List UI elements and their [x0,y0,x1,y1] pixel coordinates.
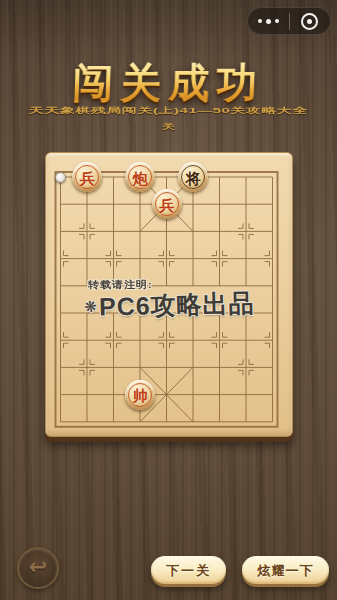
piece-label: 帅 [133,388,148,403]
xiangqi-board[interactable]: 兵炮将兵帅 [45,152,293,437]
piece-炮-red[interactable]: 炮 [125,162,155,192]
return-arrow-icon: ↩ [29,554,47,580]
page-title: 闯关成功 [0,56,337,111]
app-screen: 闯关成功 天天象棋残局闯关(上)41—50关攻略大全 关 兵炮将兵帅 转载请注明… [0,0,337,600]
pieces-layer: 兵炮将兵帅 [46,153,292,436]
piece-label: 炮 [133,170,148,185]
piece-帅-red[interactable]: 帅 [125,380,155,410]
piece-将-black[interactable]: 将 [178,162,208,192]
piece-兵-red[interactable]: 兵 [152,189,182,219]
subtitle-decorative: 天天象棋残局闯关(上)41—50关攻略大全 [0,106,337,116]
more-menu-button[interactable] [248,8,289,34]
piece-兵-red[interactable]: 兵 [72,162,102,192]
next-level-button[interactable]: 下一关 [151,556,226,584]
miniprogram-capsule [247,7,331,35]
exit-circle-icon [301,13,318,30]
exit-circle-button[interactable] [290,8,331,34]
piece-label: 将 [186,170,201,185]
show-off-button[interactable]: 炫耀一下 [242,556,329,584]
piece-label: 兵 [80,170,95,185]
subtitle-decorative-2: 关 [0,122,337,132]
more-dots-icon [258,19,279,24]
return-button[interactable]: ↩ [17,547,59,589]
last-move-marker-dot [55,172,66,183]
piece-label: 兵 [159,197,174,212]
